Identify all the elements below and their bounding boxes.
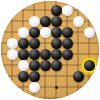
black-stone	[29, 60, 40, 71]
black-stone	[29, 38, 40, 49]
white-stone	[73, 16, 84, 27]
white-stone	[29, 82, 40, 93]
white-stone	[62, 5, 73, 16]
white-stone	[18, 27, 29, 38]
black-stone	[51, 38, 62, 49]
black-stone	[18, 71, 29, 82]
white-stone	[7, 38, 18, 49]
black-stone	[40, 16, 51, 27]
white-stone	[40, 27, 51, 38]
black-stone	[40, 60, 51, 71]
black-stone	[51, 16, 62, 27]
black-stone	[51, 60, 62, 71]
black-stone	[29, 71, 40, 82]
white-stone	[84, 27, 95, 38]
black-stone	[62, 27, 73, 38]
page-background	[0, 0, 100, 100]
black-stone	[40, 49, 51, 60]
white-stone	[18, 60, 29, 71]
star-point	[55, 86, 58, 89]
white-stone	[7, 49, 18, 60]
black-stone	[51, 27, 62, 38]
black-stone	[51, 5, 62, 16]
last-move-stone-highlighted	[84, 60, 95, 71]
go-board[interactable]	[1, 1, 99, 99]
black-stone	[29, 49, 40, 60]
white-stone	[29, 16, 40, 27]
black-stone	[62, 49, 73, 60]
black-stone	[73, 71, 84, 82]
black-stone	[51, 49, 62, 60]
black-stone	[18, 49, 29, 60]
black-stone	[29, 27, 40, 38]
black-stone	[62, 38, 73, 49]
black-stone	[18, 38, 29, 49]
